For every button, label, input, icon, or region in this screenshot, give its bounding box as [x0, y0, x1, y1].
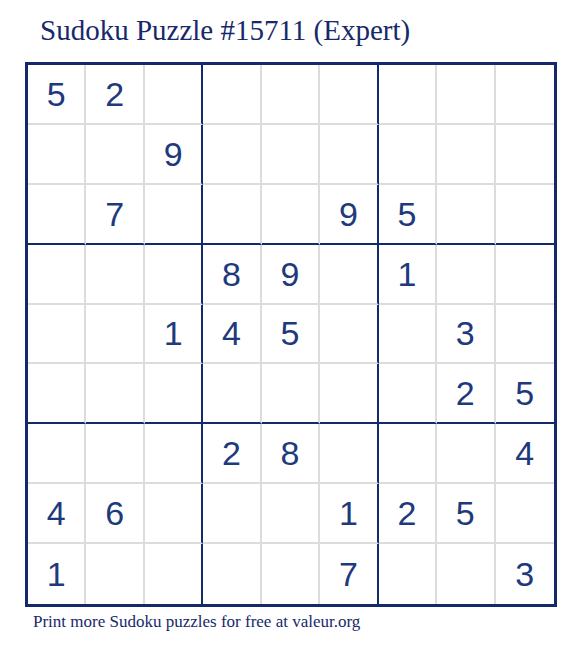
cell-r4c9: [496, 245, 554, 305]
cell-r3c1: [28, 185, 86, 245]
cell-r3c6: 9: [320, 185, 378, 245]
cell-r6c4: [203, 364, 261, 424]
cell-r1c4: [203, 65, 261, 125]
cell-r6c3: [145, 364, 203, 424]
cell-r7c4: 2: [203, 424, 261, 484]
cell-r2c6: [320, 125, 378, 185]
cell-r1c5: [262, 65, 320, 125]
cell-r3c4: [203, 185, 261, 245]
cell-r7c7: [379, 424, 437, 484]
cell-r2c7: [379, 125, 437, 185]
cell-r8c8: 5: [437, 484, 495, 544]
cell-r7c5: 8: [262, 424, 320, 484]
cell-r5c4: 4: [203, 305, 261, 365]
cell-r8c6: 1: [320, 484, 378, 544]
cell-r3c9: [496, 185, 554, 245]
cell-r1c7: [379, 65, 437, 125]
cell-r2c5: [262, 125, 320, 185]
cell-r2c3: 9: [145, 125, 203, 185]
cell-r9c9: 3: [496, 544, 554, 604]
cell-r2c8: [437, 125, 495, 185]
cell-r9c5: [262, 544, 320, 604]
cell-r5c1: [28, 305, 86, 365]
cell-r4c3: [145, 245, 203, 305]
cell-r1c8: [437, 65, 495, 125]
cell-r7c9: 4: [496, 424, 554, 484]
cell-r6c9: 5: [496, 364, 554, 424]
cell-r5c5: 5: [262, 305, 320, 365]
cell-r7c1: [28, 424, 86, 484]
cell-r9c4: [203, 544, 261, 604]
cell-r1c9: [496, 65, 554, 125]
cell-r7c3: [145, 424, 203, 484]
cell-r5c7: [379, 305, 437, 365]
cell-r4c1: [28, 245, 86, 305]
cell-r4c5: 9: [262, 245, 320, 305]
cell-r6c6: [320, 364, 378, 424]
cell-r8c9: [496, 484, 554, 544]
cell-r8c7: 2: [379, 484, 437, 544]
cell-r1c3: [145, 65, 203, 125]
cell-r8c5: [262, 484, 320, 544]
cell-r9c3: [145, 544, 203, 604]
cell-r9c1: 1: [28, 544, 86, 604]
cell-r7c8: [437, 424, 495, 484]
cell-r3c8: [437, 185, 495, 245]
cell-r6c2: [86, 364, 144, 424]
cell-r5c6: [320, 305, 378, 365]
footer-text: Print more Sudoku puzzles for free at va…: [33, 612, 360, 632]
cell-r1c2: 2: [86, 65, 144, 125]
cell-r5c9: [496, 305, 554, 365]
cell-r8c4: [203, 484, 261, 544]
cell-r3c7: 5: [379, 185, 437, 245]
cell-r4c6: [320, 245, 378, 305]
cell-r5c3: 1: [145, 305, 203, 365]
cell-r2c2: [86, 125, 144, 185]
cell-r9c7: [379, 544, 437, 604]
cell-r7c2: [86, 424, 144, 484]
sudoku-page: Sudoku Puzzle #15711 (Expert) 5297958911…: [0, 0, 580, 651]
cell-r6c7: [379, 364, 437, 424]
cell-r3c3: [145, 185, 203, 245]
cell-r6c5: [262, 364, 320, 424]
cell-r8c2: 6: [86, 484, 144, 544]
cell-r4c7: 1: [379, 245, 437, 305]
cell-r9c6: 7: [320, 544, 378, 604]
page-title: Sudoku Puzzle #15711 (Expert): [40, 14, 410, 47]
cell-r8c3: [145, 484, 203, 544]
cell-r8c1: 4: [28, 484, 86, 544]
cell-r2c1: [28, 125, 86, 185]
cell-r4c4: 8: [203, 245, 261, 305]
sudoku-board: 52979589114532528446125173: [25, 62, 557, 607]
cell-r3c5: [262, 185, 320, 245]
cell-r9c2: [86, 544, 144, 604]
cell-r5c8: 3: [437, 305, 495, 365]
cell-r5c2: [86, 305, 144, 365]
cell-r9c8: [437, 544, 495, 604]
cell-r6c8: 2: [437, 364, 495, 424]
cell-r1c1: 5: [28, 65, 86, 125]
cell-r6c1: [28, 364, 86, 424]
cell-r1c6: [320, 65, 378, 125]
cell-r2c4: [203, 125, 261, 185]
cell-r2c9: [496, 125, 554, 185]
cell-r7c6: [320, 424, 378, 484]
cell-r4c2: [86, 245, 144, 305]
cell-r3c2: 7: [86, 185, 144, 245]
cell-r4c8: [437, 245, 495, 305]
